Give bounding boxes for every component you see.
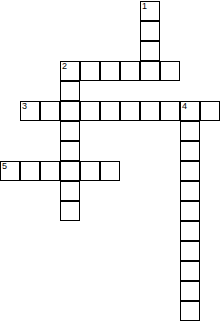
cell-r5c4[interactable] — [80, 101, 100, 121]
cell-r8c4[interactable] — [80, 161, 100, 181]
cell-r4c3[interactable] — [60, 81, 80, 101]
cell-r13c9[interactable] — [180, 261, 200, 281]
cell-r8c1[interactable] — [20, 161, 40, 181]
clue-number-2: 2 — [62, 62, 67, 71]
cell-r3c8[interactable] — [160, 61, 180, 81]
cell-r5c9[interactable]: 4 — [180, 101, 200, 121]
clue-number-4: 4 — [182, 102, 187, 111]
cell-r5c1[interactable]: 3 — [20, 101, 40, 121]
cell-r8c5[interactable] — [100, 161, 120, 181]
cell-r5c7[interactable] — [140, 101, 160, 121]
cell-r3c4[interactable] — [80, 61, 100, 81]
cell-r10c3[interactable] — [60, 201, 80, 221]
cell-r3c5[interactable] — [100, 61, 120, 81]
cell-r7c9[interactable] — [180, 141, 200, 161]
clue-number-3: 3 — [22, 102, 27, 111]
cell-r5c5[interactable] — [100, 101, 120, 121]
cell-r15c9[interactable] — [180, 301, 200, 321]
cell-r3c6[interactable] — [120, 61, 140, 81]
cell-r1c7[interactable] — [140, 21, 160, 41]
cell-r6c3[interactable] — [60, 121, 80, 141]
cell-r5c8[interactable] — [160, 101, 180, 121]
cell-r9c3[interactable] — [60, 181, 80, 201]
cell-r0c7[interactable]: 1 — [140, 1, 160, 21]
cell-r5c10[interactable] — [200, 101, 220, 121]
cell-r9c9[interactable] — [180, 181, 200, 201]
cell-r12c9[interactable] — [180, 241, 200, 261]
cell-r11c9[interactable] — [180, 221, 200, 241]
clue-number-5: 5 — [2, 162, 7, 171]
cell-r5c6[interactable] — [120, 101, 140, 121]
cell-r8c2[interactable] — [40, 161, 60, 181]
cell-r8c3[interactable] — [60, 161, 80, 181]
cell-r6c9[interactable] — [180, 121, 200, 141]
cell-r3c3[interactable]: 2 — [60, 61, 80, 81]
cell-r14c9[interactable] — [180, 281, 200, 301]
cell-r10c9[interactable] — [180, 201, 200, 221]
crossword-grid: 12345 — [0, 0, 221, 321]
cell-r8c9[interactable] — [180, 161, 200, 181]
cell-r7c3[interactable] — [60, 141, 80, 161]
cell-r3c7[interactable] — [140, 61, 160, 81]
cell-r8c0[interactable]: 5 — [0, 161, 20, 181]
cell-r2c7[interactable] — [140, 41, 160, 61]
clue-number-1: 1 — [142, 2, 147, 11]
cell-r5c2[interactable] — [40, 101, 60, 121]
cell-r5c3[interactable] — [60, 101, 80, 121]
